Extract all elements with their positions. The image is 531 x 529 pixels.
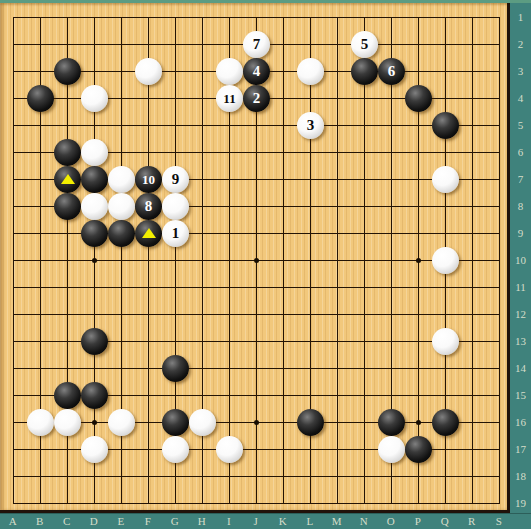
stone-black-D7[interactable] xyxy=(81,166,108,193)
stone-black-C15[interactable] xyxy=(54,382,81,409)
stone-black-C8[interactable] xyxy=(54,193,81,220)
move-number-label: 2 xyxy=(243,85,270,112)
stone-black-G16[interactable] xyxy=(162,409,189,436)
row-label-8: 8 xyxy=(510,199,531,213)
stone-black-E9[interactable] xyxy=(108,220,135,247)
col-label-H: H xyxy=(191,514,213,529)
move-number-label: 4 xyxy=(243,58,270,85)
row-label-2: 2 xyxy=(510,37,531,51)
row-label-4: 4 xyxy=(510,91,531,105)
col-label-R: R xyxy=(461,514,483,529)
stone-white-Q13[interactable] xyxy=(432,328,459,355)
stone-black-O16[interactable] xyxy=(378,409,405,436)
move-number-label: 3 xyxy=(297,112,324,139)
stone-white-I4[interactable]: 11 xyxy=(216,85,243,112)
grid-line-horizontal xyxy=(13,503,500,504)
stone-black-L16[interactable] xyxy=(297,409,324,436)
col-label-M: M xyxy=(326,514,348,529)
row-label-3: 3 xyxy=(510,64,531,78)
stone-white-I17[interactable] xyxy=(216,436,243,463)
stone-white-G9[interactable]: 1 xyxy=(162,220,189,247)
col-label-Q: Q xyxy=(434,514,456,529)
stone-black-D15[interactable] xyxy=(81,382,108,409)
stone-black-O3[interactable]: 6 xyxy=(378,58,405,85)
grid-line-horizontal xyxy=(13,125,500,126)
col-label-J: J xyxy=(245,514,267,529)
move-number-label: 7 xyxy=(243,31,270,58)
triangle-marker xyxy=(142,228,156,238)
stone-black-F7[interactable]: 10 xyxy=(135,166,162,193)
col-label-K: K xyxy=(272,514,294,529)
row-label-11: 11 xyxy=(510,280,531,294)
move-number-label: 10 xyxy=(135,166,162,193)
stone-white-D17[interactable] xyxy=(81,436,108,463)
stone-white-Q10[interactable] xyxy=(432,247,459,274)
row-label-19: 19 xyxy=(510,496,531,510)
col-label-C: C xyxy=(56,514,78,529)
stone-black-C7[interactable] xyxy=(54,166,81,193)
col-label-O: O xyxy=(380,514,402,529)
stone-white-D8[interactable] xyxy=(81,193,108,220)
stone-white-E7[interactable] xyxy=(108,166,135,193)
star-point xyxy=(92,420,97,425)
stone-white-Q7[interactable] xyxy=(432,166,459,193)
grid-line-horizontal xyxy=(13,476,500,477)
row-label-9: 9 xyxy=(510,226,531,240)
stone-black-Q16[interactable] xyxy=(432,409,459,436)
stone-white-B16[interactable] xyxy=(27,409,54,436)
col-label-I: I xyxy=(218,514,240,529)
row-label-7: 7 xyxy=(510,172,531,186)
move-number-label: 1 xyxy=(162,220,189,247)
row-label-18: 18 xyxy=(510,469,531,483)
board-top-edge xyxy=(0,0,531,3)
grid-line-horizontal xyxy=(13,287,500,288)
row-label-10: 10 xyxy=(510,253,531,267)
row-label-14: 14 xyxy=(510,361,531,375)
col-label-D: D xyxy=(83,514,105,529)
stone-white-D4[interactable] xyxy=(81,85,108,112)
stone-white-L3[interactable] xyxy=(297,58,324,85)
row-label-12: 12 xyxy=(510,307,531,321)
row-label-6: 6 xyxy=(510,145,531,159)
triangle-marker xyxy=(61,174,75,184)
stone-white-I3[interactable] xyxy=(216,58,243,85)
col-label-G: G xyxy=(164,514,186,529)
stone-white-L5[interactable]: 3 xyxy=(297,112,324,139)
move-number-label: 8 xyxy=(135,193,162,220)
grid-line-horizontal xyxy=(13,314,500,315)
star-point xyxy=(254,420,259,425)
move-number-label: 5 xyxy=(351,31,378,58)
stone-black-P17[interactable] xyxy=(405,436,432,463)
move-number-label: 11 xyxy=(216,85,243,112)
row-label-17: 17 xyxy=(510,442,531,456)
row-label-1: 1 xyxy=(510,10,531,24)
col-label-L: L xyxy=(299,514,321,529)
row-label-15: 15 xyxy=(510,388,531,402)
stone-black-F8[interactable]: 8 xyxy=(135,193,162,220)
row-label-16: 16 xyxy=(510,415,531,429)
stone-black-N3[interactable] xyxy=(351,58,378,85)
stone-white-F3[interactable] xyxy=(135,58,162,85)
stone-white-G7[interactable]: 9 xyxy=(162,166,189,193)
stone-black-F9[interactable] xyxy=(135,220,162,247)
col-label-B: B xyxy=(29,514,51,529)
col-label-A: A xyxy=(2,514,24,529)
stone-black-D9[interactable] xyxy=(81,220,108,247)
stone-black-P4[interactable] xyxy=(405,85,432,112)
stone-white-N2[interactable]: 5 xyxy=(351,31,378,58)
stone-white-J2[interactable]: 7 xyxy=(243,31,270,58)
star-point xyxy=(254,258,259,263)
stone-black-D13[interactable] xyxy=(81,328,108,355)
row-label-13: 13 xyxy=(510,334,531,348)
col-label-F: F xyxy=(137,514,159,529)
row-label-5: 5 xyxy=(510,118,531,132)
stone-white-O17[interactable] xyxy=(378,436,405,463)
stone-black-J3[interactable]: 4 xyxy=(243,58,270,85)
stone-white-C16[interactable] xyxy=(54,409,81,436)
move-number-label: 9 xyxy=(162,166,189,193)
stone-black-C6[interactable] xyxy=(54,139,81,166)
star-point xyxy=(416,258,421,263)
stone-white-H16[interactable] xyxy=(189,409,216,436)
stone-black-B4[interactable] xyxy=(27,85,54,112)
stone-white-E8[interactable] xyxy=(108,193,135,220)
grid-line-horizontal xyxy=(13,368,500,369)
col-label-N: N xyxy=(353,514,375,529)
stone-black-J4[interactable]: 2 xyxy=(243,85,270,112)
move-number-label: 6 xyxy=(378,58,405,85)
grid-line-horizontal xyxy=(13,17,500,18)
col-label-E: E xyxy=(110,514,132,529)
stone-white-G17[interactable] xyxy=(162,436,189,463)
go-app-window: 7546112310981ABCDEFGHIJKLMNOPQRS12345678… xyxy=(0,0,531,529)
stone-white-G8[interactable] xyxy=(162,193,189,220)
star-point xyxy=(92,258,97,263)
stone-black-Q5[interactable] xyxy=(432,112,459,139)
star-point xyxy=(416,420,421,425)
stone-white-E16[interactable] xyxy=(108,409,135,436)
col-label-S: S xyxy=(488,514,510,529)
stone-black-C3[interactable] xyxy=(54,58,81,85)
stone-black-G14[interactable] xyxy=(162,355,189,382)
col-label-P: P xyxy=(407,514,429,529)
stone-white-D6[interactable] xyxy=(81,139,108,166)
